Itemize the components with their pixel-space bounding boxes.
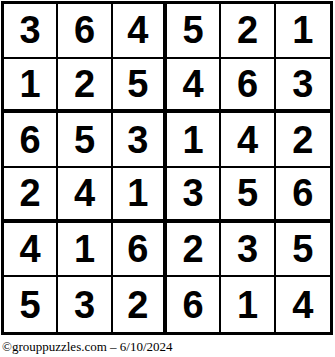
sudoku-cell-r2c2: 2 [58, 59, 112, 114]
sudoku-board: 364521125463653142241356416235532614 [1, 1, 333, 335]
sudoku-cell-r5c5: 3 [221, 223, 275, 278]
sudoku-cell-r4c4: 3 [167, 168, 221, 223]
sudoku-cell-r6c5: 1 [221, 277, 275, 332]
copyright-credit: ©grouppuzzles.com – 6/10/2024 [2, 339, 173, 354]
sudoku-cell-r6c4: 6 [167, 277, 221, 332]
sudoku-cell-r1c6: 1 [276, 4, 330, 59]
sudoku-cell-r6c1: 5 [4, 277, 58, 332]
sudoku-cell-r1c4: 5 [167, 4, 221, 59]
sudoku-cell-r3c2: 5 [58, 113, 112, 168]
sudoku-cell-r4c1: 2 [4, 168, 58, 223]
sudoku-cell-r2c3: 5 [113, 59, 167, 114]
sudoku-cell-r5c4: 2 [167, 223, 221, 278]
sudoku-cell-r4c5: 5 [221, 168, 275, 223]
sudoku-cell-r3c3: 3 [113, 113, 167, 168]
sudoku-cell-r6c3: 2 [113, 277, 167, 332]
sudoku-cell-r2c4: 4 [167, 59, 221, 114]
sudoku-cell-r4c3: 1 [113, 168, 167, 223]
sudoku-cell-r6c6: 4 [276, 277, 330, 332]
sudoku-cell-r4c2: 4 [58, 168, 112, 223]
sudoku-cell-r1c3: 4 [113, 4, 167, 59]
sudoku-cell-r6c2: 3 [58, 277, 112, 332]
sudoku-cell-r5c6: 5 [276, 223, 330, 278]
sudoku-cell-r3c5: 4 [221, 113, 275, 168]
sudoku-cell-r5c2: 1 [58, 223, 112, 278]
sudoku-cell-r3c1: 6 [4, 113, 58, 168]
sudoku-cell-r5c3: 6 [113, 223, 167, 278]
sudoku-cell-r2c6: 3 [276, 59, 330, 114]
sudoku-cell-r4c6: 6 [276, 168, 330, 223]
sudoku-cell-r1c1: 3 [4, 4, 58, 59]
sudoku-cell-r5c1: 4 [4, 223, 58, 278]
sudoku-cell-r3c6: 2 [276, 113, 330, 168]
sudoku-cell-r3c4: 1 [167, 113, 221, 168]
sudoku-cell-r1c2: 6 [58, 4, 112, 59]
sudoku-cell-r1c5: 2 [221, 4, 275, 59]
sudoku-cell-r2c5: 6 [221, 59, 275, 114]
sudoku-page: 364521125463653142241356416235532614 ©gr… [0, 0, 335, 357]
sudoku-cell-r2c1: 1 [4, 59, 58, 114]
